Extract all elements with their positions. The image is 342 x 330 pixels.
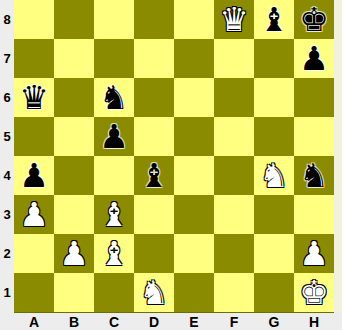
square-h5[interactable] (294, 117, 334, 156)
file-label-a: A (14, 313, 54, 330)
board-right-margin (335, 0, 342, 312)
piece-black-knight-c6[interactable]: ♞ (94, 78, 134, 117)
square-f4[interactable] (214, 156, 254, 195)
square-b3[interactable] (54, 195, 94, 234)
file-label-e: E (174, 313, 214, 330)
square-b8[interactable] (54, 0, 94, 39)
square-f3[interactable] (214, 195, 254, 234)
piece-white-queen-f8[interactable]: ♛ (214, 0, 254, 39)
square-c7[interactable] (94, 39, 134, 78)
square-d3[interactable] (134, 195, 174, 234)
square-e2[interactable] (174, 234, 214, 273)
square-g4[interactable]: ♞ (254, 156, 294, 195)
rank-label-3: 3 (0, 195, 14, 234)
square-h2[interactable]: ♟ (294, 234, 334, 273)
square-c4[interactable] (94, 156, 134, 195)
piece-white-knight-g4[interactable]: ♞ (254, 156, 294, 195)
square-b4[interactable] (54, 156, 94, 195)
rank-label-1: 1 (0, 273, 14, 312)
square-a2[interactable] (14, 234, 54, 273)
rank-label-6: 6 (0, 78, 14, 117)
square-g2[interactable] (254, 234, 294, 273)
square-d8[interactable] (134, 0, 174, 39)
square-e7[interactable] (174, 39, 214, 78)
piece-black-pawn-c5[interactable]: ♟ (94, 117, 134, 156)
square-g1[interactable] (254, 273, 294, 312)
square-c5[interactable]: ♟ (94, 117, 134, 156)
square-h7[interactable]: ♟ (294, 39, 334, 78)
square-e5[interactable] (174, 117, 214, 156)
square-b2[interactable]: ♟ (54, 234, 94, 273)
square-a8[interactable] (14, 0, 54, 39)
square-b5[interactable] (54, 117, 94, 156)
square-e3[interactable] (174, 195, 214, 234)
piece-white-king-h1[interactable]: ♚ (294, 273, 334, 312)
square-f1[interactable] (214, 273, 254, 312)
square-g6[interactable] (254, 78, 294, 117)
square-g3[interactable] (254, 195, 294, 234)
piece-white-bishop-c3[interactable]: ♝ (94, 195, 134, 234)
square-h3[interactable] (294, 195, 334, 234)
rank-label-7: 7 (0, 39, 14, 78)
square-a5[interactable] (14, 117, 54, 156)
rank-label-5: 5 (0, 117, 14, 156)
square-a6[interactable]: ♛ (14, 78, 54, 117)
square-f5[interactable] (214, 117, 254, 156)
square-d7[interactable] (134, 39, 174, 78)
square-a1[interactable] (14, 273, 54, 312)
square-d5[interactable] (134, 117, 174, 156)
square-b7[interactable] (54, 39, 94, 78)
rank-label-4: 4 (0, 156, 14, 195)
square-h6[interactable] (294, 78, 334, 117)
square-h8[interactable]: ♚ (294, 0, 334, 39)
piece-black-bishop-g8[interactable]: ♝ (254, 0, 294, 39)
piece-white-pawn-h2[interactable]: ♟ (294, 234, 334, 273)
square-d2[interactable] (134, 234, 174, 273)
square-e4[interactable] (174, 156, 214, 195)
square-c3[interactable]: ♝ (94, 195, 134, 234)
square-e8[interactable] (174, 0, 214, 39)
square-a7[interactable] (14, 39, 54, 78)
square-f8[interactable]: ♛ (214, 0, 254, 39)
square-b6[interactable] (54, 78, 94, 117)
square-c6[interactable]: ♞ (94, 78, 134, 117)
square-c2[interactable]: ♝ (94, 234, 134, 273)
chess-board[interactable]: ♛♝♚♟♛♞♟♟♝♞♞♟♝♟♝♟♞♚ (14, 0, 334, 313)
piece-white-pawn-b2[interactable]: ♟ (54, 234, 94, 273)
square-g8[interactable]: ♝ (254, 0, 294, 39)
square-e6[interactable] (174, 78, 214, 117)
rank-label-8: 8 (0, 0, 14, 39)
file-label-b: B (54, 313, 94, 330)
square-g7[interactable] (254, 39, 294, 78)
rank-labels: 87654321 (0, 0, 14, 312)
square-f7[interactable] (214, 39, 254, 78)
file-label-c: C (94, 313, 134, 330)
square-e1[interactable] (174, 273, 214, 312)
square-d6[interactable] (134, 78, 174, 117)
square-f2[interactable] (214, 234, 254, 273)
square-a4[interactable]: ♟ (14, 156, 54, 195)
piece-white-knight-d1[interactable]: ♞ (134, 273, 174, 312)
rank-label-2: 2 (0, 234, 14, 273)
square-f6[interactable] (214, 78, 254, 117)
file-label-h: H (294, 313, 334, 330)
piece-black-bishop-d4[interactable]: ♝ (134, 156, 174, 195)
square-c8[interactable] (94, 0, 134, 39)
square-h1[interactable]: ♚ (294, 273, 334, 312)
piece-black-knight-h4[interactable]: ♞ (294, 156, 334, 195)
chess-diagram: 87654321 ♛♝♚♟♛♞♟♟♝♞♞♟♝♟♝♟♞♚ ABCDEFGH (0, 0, 342, 330)
file-label-f: F (214, 313, 254, 330)
square-a3[interactable]: ♟ (14, 195, 54, 234)
piece-white-pawn-a3[interactable]: ♟ (14, 195, 54, 234)
square-c1[interactable] (94, 273, 134, 312)
piece-black-king-h8[interactable]: ♚ (294, 0, 334, 39)
piece-white-bishop-c2[interactable]: ♝ (94, 234, 134, 273)
square-d1[interactable]: ♞ (134, 273, 174, 312)
piece-black-pawn-h7[interactable]: ♟ (294, 39, 334, 78)
file-labels: ABCDEFGH (14, 313, 334, 330)
square-h4[interactable]: ♞ (294, 156, 334, 195)
piece-black-queen-a6[interactable]: ♛ (14, 78, 54, 117)
piece-black-pawn-a4[interactable]: ♟ (14, 156, 54, 195)
file-label-d: D (134, 313, 174, 330)
square-b1[interactable] (54, 273, 94, 312)
file-label-g: G (254, 313, 294, 330)
square-d4[interactable]: ♝ (134, 156, 174, 195)
square-g5[interactable] (254, 117, 294, 156)
